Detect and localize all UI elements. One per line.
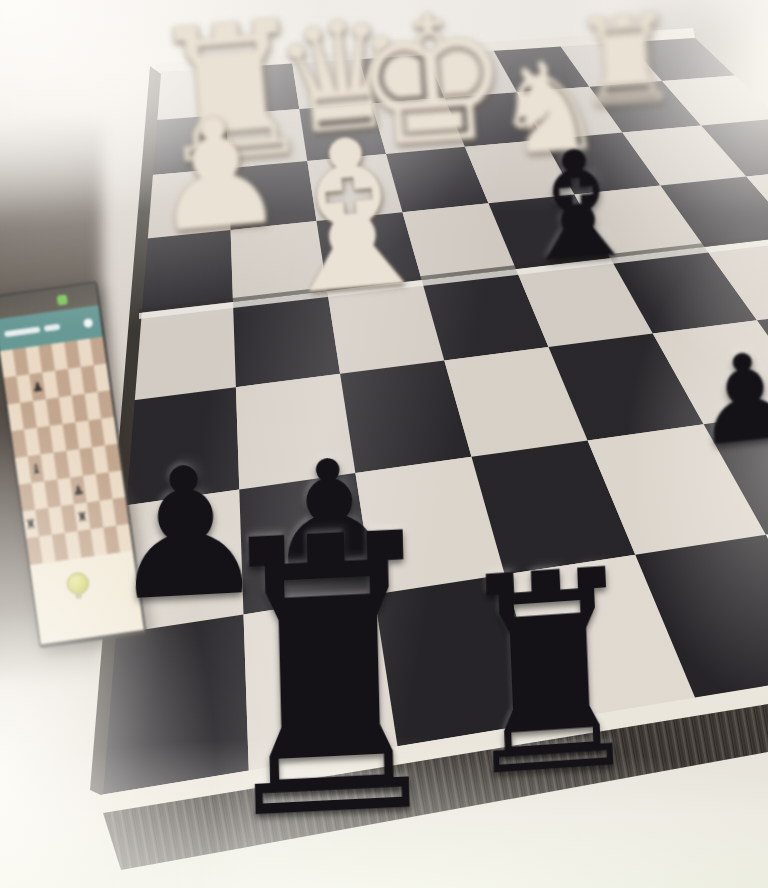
square-a8: [154, 68, 227, 120]
square-a1: [100, 614, 249, 795]
app-board-cell: [90, 337, 107, 366]
square-c8: [292, 59, 372, 109]
hint-lightbulb-icon: [65, 571, 90, 596]
app-board-cell: [97, 390, 114, 419]
app-board-cell: [109, 470, 126, 499]
app-board-cell: [116, 524, 133, 553]
app-board-cell: [101, 417, 118, 446]
app-board-cell: [94, 363, 111, 392]
photo-scene: ♜♛♚♞♜♟♝♝♟♟♟♜♜ ♟♝♟♜♜: [0, 0, 768, 888]
app-title-blurred: [44, 324, 61, 332]
square-c7: [299, 103, 386, 161]
square-c6: [307, 154, 402, 221]
square-b2: [239, 473, 374, 614]
board-squares: [100, 38, 768, 795]
notification-icon: [57, 294, 68, 305]
app-board-cell: [105, 444, 122, 473]
app-title-blurred: [4, 326, 40, 337]
app-hint-area: [30, 551, 144, 645]
app-header-icon: [83, 318, 93, 328]
square-b7: [227, 109, 308, 168]
square-b6: [229, 161, 317, 230]
app-board-cell: [112, 497, 129, 526]
square-b3: [236, 374, 356, 490]
square-a7: [150, 115, 229, 176]
square-a6: [145, 168, 231, 239]
square-b8: [225, 64, 299, 115]
square-a3: [123, 387, 239, 506]
square-b1: [244, 595, 398, 771]
